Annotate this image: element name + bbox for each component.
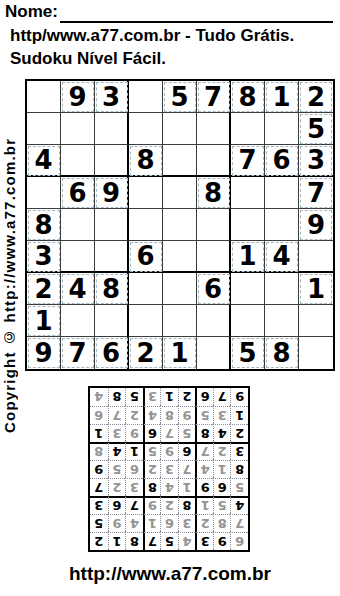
solution-cell-r2c7: 4 xyxy=(125,514,143,532)
puzzle-cell-r7c5[interactable] xyxy=(163,273,197,305)
puzzle-cell-r7c6: 6 xyxy=(197,273,231,305)
puzzle-cell-r8c1: 1 xyxy=(27,305,61,337)
puzzle-cell-r5c6[interactable] xyxy=(197,209,231,241)
puzzle-cell-r4c5[interactable] xyxy=(163,177,197,209)
puzzle-cell-r5c5[interactable] xyxy=(163,209,197,241)
puzzle-cell-r9c7: 5 xyxy=(231,337,265,369)
footer-url: http://www.a77.com.br xyxy=(0,563,340,585)
puzzle-cell-r5c1: 8 xyxy=(27,209,61,241)
puzzle-cell-r2c1[interactable] xyxy=(27,113,61,145)
solution-cell-r9c3: 6 xyxy=(195,388,213,406)
solution-cell-r7c6: 6 xyxy=(143,424,161,442)
solution-cell-r4c9: 7 xyxy=(90,478,108,496)
puzzle-cell-r8c2[interactable] xyxy=(61,305,95,337)
solution-cell-r5c5: 3 xyxy=(160,460,178,478)
puzzle-cell-r4c1[interactable] xyxy=(27,177,61,209)
puzzle-cell-r8c8[interactable] xyxy=(265,305,299,337)
puzzle-cell-r5c7[interactable] xyxy=(231,209,265,241)
puzzle-cell-r6c7: 1 xyxy=(231,241,265,273)
puzzle-cell-r8c5[interactable] xyxy=(163,305,197,337)
solution-cell-r2c6: 1 xyxy=(143,514,161,532)
solution-cell-r1c7: 8 xyxy=(125,532,143,550)
solution-cell-r5c4: 7 xyxy=(178,460,196,478)
solution-cell-r3c3: 1 xyxy=(195,496,213,514)
solution-cell-r6c8: 4 xyxy=(108,442,126,460)
puzzle-cell-r6c1: 3 xyxy=(27,241,61,273)
puzzle-cell-r2c9: 5 xyxy=(299,113,333,145)
solution-cell-r9c9: 4 xyxy=(90,388,108,406)
solution-cell-r2c5: 6 xyxy=(160,514,178,532)
solution-cell-r9c6: 3 xyxy=(143,388,161,406)
puzzle-cell-r9c4: 2 xyxy=(129,337,163,369)
puzzle-cell-r5c2[interactable] xyxy=(61,209,95,241)
puzzle-cell-r1c3: 3 xyxy=(95,81,129,113)
puzzle-cell-r7c3: 8 xyxy=(95,273,129,305)
solution-cell-r4c6: 8 xyxy=(143,478,161,496)
puzzle-cell-r8c4[interactable] xyxy=(129,305,163,337)
puzzle-cell-r6c9[interactable] xyxy=(299,241,333,273)
puzzle-cell-r9c6[interactable] xyxy=(197,337,231,369)
solution-cell-r8c3: 5 xyxy=(195,406,213,424)
puzzle-cell-r3c1: 4 xyxy=(27,145,61,177)
solution-cell-r4c3: 9 xyxy=(195,478,213,496)
puzzle-cell-r4c2: 6 xyxy=(61,177,95,209)
puzzle-cell-r5c3[interactable] xyxy=(95,209,129,241)
puzzle-cell-r4c8[interactable] xyxy=(265,177,299,209)
solution-cell-r4c8: 2 xyxy=(108,478,126,496)
solution-cell-r7c2: 4 xyxy=(213,424,231,442)
puzzle-cell-r7c4[interactable] xyxy=(129,273,163,305)
puzzle-cell-r2c3[interactable] xyxy=(95,113,129,145)
solution-cell-r8c6: 4 xyxy=(143,406,161,424)
solution-cell-r7c8: 3 xyxy=(108,424,126,442)
puzzle-cell-r3c8: 6 xyxy=(265,145,299,177)
solution-cell-r1c3: 3 xyxy=(195,532,213,550)
puzzle-cell-r3c5[interactable] xyxy=(163,145,197,177)
solution-cell-r6c2: 2 xyxy=(213,442,231,460)
puzzle-cell-r2c5[interactable] xyxy=(163,113,197,145)
puzzle-cell-r7c8[interactable] xyxy=(265,273,299,305)
solution-cell-r6c7: 1 xyxy=(125,442,143,460)
solution-cell-r9c8: 8 xyxy=(108,388,126,406)
solution-cell-r3c1: 4 xyxy=(230,496,248,514)
puzzle-cell-r8c7[interactable] xyxy=(231,305,265,337)
puzzle-cell-r5c4[interactable] xyxy=(129,209,163,241)
puzzle-cell-r3c9: 3 xyxy=(299,145,333,177)
solution-cell-r6c3: 7 xyxy=(195,442,213,460)
puzzle-cell-r1c1[interactable] xyxy=(27,81,61,113)
puzzle-cell-r9c9[interactable] xyxy=(299,337,333,369)
puzzle-cell-r6c6[interactable] xyxy=(197,241,231,273)
puzzle-cell-r8c9[interactable] xyxy=(299,305,333,337)
solution-cell-r3c5: 2 xyxy=(160,496,178,514)
puzzle-cell-r1c2: 9 xyxy=(61,81,95,113)
puzzle-cell-r4c9: 7 xyxy=(299,177,333,209)
solution-cell-r9c7: 5 xyxy=(125,388,143,406)
solution-cell-r2c3: 2 xyxy=(195,514,213,532)
puzzle-cell-r2c2[interactable] xyxy=(61,113,95,145)
puzzle-cell-r9c1: 9 xyxy=(27,337,61,369)
puzzle-cell-r3c3[interactable] xyxy=(95,145,129,177)
puzzle-cell-r6c5[interactable] xyxy=(163,241,197,273)
header-site-line: http/www.a77.com.br - Tudo Grátis. xyxy=(10,26,294,46)
puzzle-cell-r2c8[interactable] xyxy=(265,113,299,145)
puzzle-cell-r7c7[interactable] xyxy=(231,273,265,305)
solution-cell-r3c2: 5 xyxy=(213,496,231,514)
solution-cell-r9c5: 1 xyxy=(160,388,178,406)
puzzle-cell-r9c8: 8 xyxy=(265,337,299,369)
solution-cell-r5c8: 5 xyxy=(108,460,126,478)
puzzle-cell-r3c2[interactable] xyxy=(61,145,95,177)
solution-cell-r8c4: 9 xyxy=(178,406,196,424)
solution-cell-r7c5: 7 xyxy=(160,424,178,442)
solution-cell-r4c4: 1 xyxy=(178,478,196,496)
puzzle-cell-r6c4: 6 xyxy=(129,241,163,273)
puzzle-cell-r6c2[interactable] xyxy=(61,241,95,273)
solution-cell-r6c9: 8 xyxy=(90,442,108,460)
puzzle-cell-r3c6[interactable] xyxy=(197,145,231,177)
puzzle-cell-r9c2: 7 xyxy=(61,337,95,369)
solution-cell-r8c1: 1 xyxy=(230,406,248,424)
solution-cell-r7c7: 9 xyxy=(125,424,143,442)
puzzle-cell-r1c9: 2 xyxy=(299,81,333,113)
solution-cell-r7c9: 1 xyxy=(90,424,108,442)
puzzle-cell-r4c7[interactable] xyxy=(231,177,265,209)
main-sudoku-grid: 935781254876369878936142486119762158 xyxy=(25,79,335,371)
solution-cell-r4c7: 3 xyxy=(125,478,143,496)
solution-grid-rotated: 6934578127823614954518297635691483278147… xyxy=(88,386,250,552)
solution-cell-r8c2: 3 xyxy=(213,406,231,424)
puzzle-cell-r9c5: 1 xyxy=(163,337,197,369)
solution-cell-r1c8: 1 xyxy=(108,532,126,550)
solution-cell-r5c2: 1 xyxy=(213,460,231,478)
solution-cell-r2c9: 5 xyxy=(90,514,108,532)
puzzle-cell-r8c6[interactable] xyxy=(197,305,231,337)
solution-cell-r2c2: 8 xyxy=(213,514,231,532)
puzzle-cell-r2c6[interactable] xyxy=(197,113,231,145)
solution-cell-r4c1: 5 xyxy=(230,478,248,496)
solution-cell-r8c7: 2 xyxy=(125,406,143,424)
solution-cell-r9c4: 2 xyxy=(178,388,196,406)
name-blank-line xyxy=(60,2,333,23)
solution-cell-r1c4: 4 xyxy=(178,532,196,550)
puzzle-cell-r4c4[interactable] xyxy=(129,177,163,209)
puzzle-cell-r4c6: 8 xyxy=(197,177,231,209)
solution-cell-r9c2: 7 xyxy=(213,388,231,406)
copyright-vertical-text: Copyright © http://www.a77.com.br xyxy=(1,84,18,433)
solution-cell-r9c1: 9 xyxy=(230,388,248,406)
solution-cell-r1c9: 2 xyxy=(90,532,108,550)
solution-cell-r8c9: 6 xyxy=(90,406,108,424)
puzzle-cell-r6c8: 4 xyxy=(265,241,299,273)
solution-cell-r5c7: 6 xyxy=(125,460,143,478)
solution-cell-r2c4: 3 xyxy=(178,514,196,532)
solution-cell-r5c9: 9 xyxy=(90,460,108,478)
puzzle-title: Sudoku Nível Fácil. xyxy=(10,49,166,69)
puzzle-cell-r1c5: 5 xyxy=(163,81,197,113)
puzzle-cell-r5c9: 9 xyxy=(299,209,333,241)
puzzle-cell-r1c7: 8 xyxy=(231,81,265,113)
puzzle-cell-r2c4[interactable] xyxy=(129,113,163,145)
solution-cell-r3c6: 9 xyxy=(143,496,161,514)
solution-cell-r4c2: 6 xyxy=(213,478,231,496)
solution-cell-r1c6: 7 xyxy=(143,532,161,550)
puzzle-cell-r1c6: 7 xyxy=(197,81,231,113)
solution-cell-r5c6: 2 xyxy=(143,460,161,478)
solution-cell-r6c6: 5 xyxy=(143,442,161,460)
puzzle-cell-r4c3: 9 xyxy=(95,177,129,209)
solution-cell-r6c4: 6 xyxy=(178,442,196,460)
solution-cell-r6c5: 9 xyxy=(160,442,178,460)
puzzle-cell-r8c3[interactable] xyxy=(95,305,129,337)
puzzle-cell-r1c4[interactable] xyxy=(129,81,163,113)
solution-cell-r5c1: 8 xyxy=(230,460,248,478)
puzzle-cell-r1c8: 1 xyxy=(265,81,299,113)
solution-cell-r2c1: 7 xyxy=(230,514,248,532)
solution-cell-r4c5: 4 xyxy=(160,478,178,496)
solution-cell-r7c3: 8 xyxy=(195,424,213,442)
solution-cell-r3c4: 8 xyxy=(178,496,196,514)
puzzle-cell-r3c4: 8 xyxy=(129,145,163,177)
solution-cell-r7c1: 2 xyxy=(230,424,248,442)
puzzle-cell-r3c7: 7 xyxy=(231,145,265,177)
solution-cell-r1c2: 9 xyxy=(213,532,231,550)
solution-cell-r1c1: 6 xyxy=(230,532,248,550)
solution-cell-r6c1: 3 xyxy=(230,442,248,460)
solution-cell-r7c4: 5 xyxy=(178,424,196,442)
puzzle-cell-r7c9: 1 xyxy=(299,273,333,305)
name-label: Nome: xyxy=(5,2,58,22)
puzzle-cell-r9c3: 6 xyxy=(95,337,129,369)
solution-cell-r2c8: 9 xyxy=(108,514,126,532)
solution-cell-r3c9: 3 xyxy=(90,496,108,514)
solution-cell-r8c5: 8 xyxy=(160,406,178,424)
puzzle-cell-r7c1: 2 xyxy=(27,273,61,305)
solution-cell-r8c8: 7 xyxy=(108,406,126,424)
solution-cell-r5c3: 4 xyxy=(195,460,213,478)
puzzle-cell-r2c7[interactable] xyxy=(231,113,265,145)
puzzle-cell-r7c2: 4 xyxy=(61,273,95,305)
solution-cell-r3c8: 6 xyxy=(108,496,126,514)
solution-cell-r1c5: 5 xyxy=(160,532,178,550)
solution-cell-r3c7: 7 xyxy=(125,496,143,514)
puzzle-cell-r6c3[interactable] xyxy=(95,241,129,273)
puzzle-cell-r5c8[interactable] xyxy=(265,209,299,241)
